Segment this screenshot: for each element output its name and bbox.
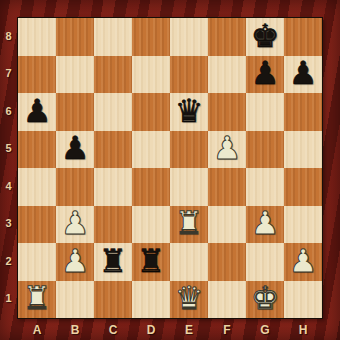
square-b5[interactable]: ♟ (56, 131, 94, 169)
file-label-h: H (284, 319, 322, 340)
square-d8[interactable] (132, 18, 170, 56)
white-pawn-piece: ♟ (61, 207, 90, 239)
black-pawn-piece: ♟ (251, 57, 280, 89)
square-c2[interactable]: ♜ (94, 243, 132, 281)
black-king-piece: ♚ (251, 20, 280, 52)
file-label-a: A (18, 319, 56, 340)
file-label-f: F (208, 319, 246, 340)
file-label-e: E (170, 319, 208, 340)
square-f5[interactable]: ♟ (208, 131, 246, 169)
square-h7[interactable]: ♟ (284, 56, 322, 94)
square-f1[interactable] (208, 281, 246, 319)
square-g4[interactable] (246, 168, 284, 206)
black-pawn-piece: ♟ (23, 95, 52, 127)
black-rook-piece: ♜ (99, 245, 128, 277)
square-f8[interactable] (208, 18, 246, 56)
white-rook-piece: ♜ (175, 207, 204, 239)
square-a1[interactable]: ♜ (18, 281, 56, 319)
square-f3[interactable] (208, 206, 246, 244)
square-a7[interactable] (18, 56, 56, 94)
square-a4[interactable] (18, 168, 56, 206)
rank-label-4: 4 (0, 167, 17, 205)
square-b7[interactable] (56, 56, 94, 94)
square-g2[interactable] (246, 243, 284, 281)
black-pawn-piece: ♟ (61, 132, 90, 164)
square-c6[interactable] (94, 93, 132, 131)
square-f7[interactable] (208, 56, 246, 94)
black-rook-piece: ♜ (137, 245, 166, 277)
square-e5[interactable] (170, 131, 208, 169)
square-c4[interactable] (94, 168, 132, 206)
square-e6[interactable]: ♛ (170, 93, 208, 131)
square-e2[interactable] (170, 243, 208, 281)
rank-label-7: 7 (0, 55, 17, 93)
square-g1[interactable]: ♚ (246, 281, 284, 319)
chessboard-app: 87654321 ABCDEFGH ♚♟♟♟♛♟♟♟♜♟♟♜♜♟♜♛♚ (0, 0, 340, 340)
rank-label-8: 8 (0, 17, 17, 55)
square-b2[interactable]: ♟ (56, 243, 94, 281)
square-f6[interactable] (208, 93, 246, 131)
square-c1[interactable] (94, 281, 132, 319)
black-queen-piece: ♛ (175, 95, 204, 127)
square-e7[interactable] (170, 56, 208, 94)
square-c8[interactable] (94, 18, 132, 56)
square-d6[interactable] (132, 93, 170, 131)
square-b1[interactable] (56, 281, 94, 319)
square-e1[interactable]: ♛ (170, 281, 208, 319)
rank-label-6: 6 (0, 92, 17, 130)
square-d4[interactable] (132, 168, 170, 206)
rank-label-3: 3 (0, 205, 17, 243)
square-a5[interactable] (18, 131, 56, 169)
square-h8[interactable] (284, 18, 322, 56)
chess-board: ♚♟♟♟♛♟♟♟♜♟♟♜♜♟♜♛♚ (18, 18, 322, 318)
rank-label-5: 5 (0, 130, 17, 168)
square-b8[interactable] (56, 18, 94, 56)
square-d7[interactable] (132, 56, 170, 94)
square-a3[interactable] (18, 206, 56, 244)
square-d1[interactable] (132, 281, 170, 319)
square-d5[interactable] (132, 131, 170, 169)
square-f2[interactable] (208, 243, 246, 281)
square-a2[interactable] (18, 243, 56, 281)
square-h5[interactable] (284, 131, 322, 169)
rank-label-1: 1 (0, 280, 17, 318)
square-g7[interactable]: ♟ (246, 56, 284, 94)
file-label-c: C (94, 319, 132, 340)
square-e8[interactable] (170, 18, 208, 56)
square-e3[interactable]: ♜ (170, 206, 208, 244)
board-frame: ♚♟♟♟♛♟♟♟♜♟♟♜♜♟♜♛♚ (17, 17, 323, 319)
square-b4[interactable] (56, 168, 94, 206)
white-pawn-piece: ♟ (251, 207, 280, 239)
square-d2[interactable]: ♜ (132, 243, 170, 281)
square-h4[interactable] (284, 168, 322, 206)
file-label-b: B (56, 319, 94, 340)
square-g3[interactable]: ♟ (246, 206, 284, 244)
white-king-piece: ♚ (251, 282, 280, 314)
square-c7[interactable] (94, 56, 132, 94)
file-label-d: D (132, 319, 170, 340)
white-pawn-piece: ♟ (61, 245, 90, 277)
square-d3[interactable] (132, 206, 170, 244)
rank-label-2: 2 (0, 242, 17, 280)
square-h2[interactable]: ♟ (284, 243, 322, 281)
square-c5[interactable] (94, 131, 132, 169)
square-b6[interactable] (56, 93, 94, 131)
square-h1[interactable] (284, 281, 322, 319)
white-pawn-piece: ♟ (289, 245, 318, 277)
black-pawn-piece: ♟ (289, 57, 318, 89)
square-h3[interactable] (284, 206, 322, 244)
square-g6[interactable] (246, 93, 284, 131)
square-a8[interactable] (18, 18, 56, 56)
square-a6[interactable]: ♟ (18, 93, 56, 131)
square-f4[interactable] (208, 168, 246, 206)
square-e4[interactable] (170, 168, 208, 206)
white-rook-piece: ♜ (23, 282, 52, 314)
square-g5[interactable] (246, 131, 284, 169)
square-c3[interactable] (94, 206, 132, 244)
white-pawn-piece: ♟ (213, 132, 242, 164)
square-h6[interactable] (284, 93, 322, 131)
white-queen-piece: ♛ (175, 282, 204, 314)
file-label-g: G (246, 319, 284, 340)
square-g8[interactable]: ♚ (246, 18, 284, 56)
square-b3[interactable]: ♟ (56, 206, 94, 244)
